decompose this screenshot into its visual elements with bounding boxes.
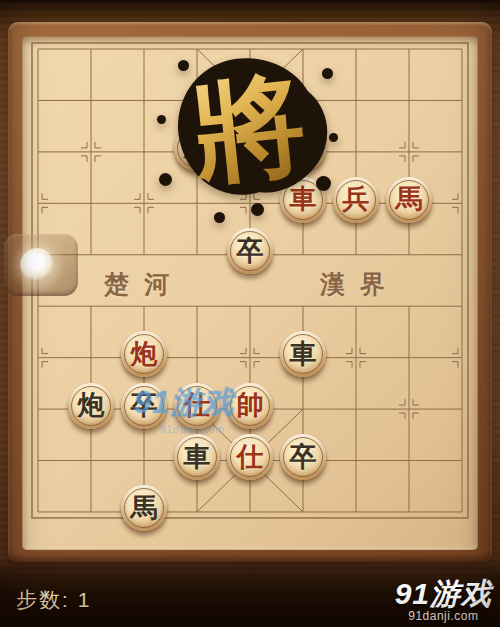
- piece-red-炮[interactable]: 炮: [121, 331, 167, 377]
- piece-character: 仕: [184, 392, 211, 419]
- piece-black-卒[interactable]: 卒: [227, 228, 273, 274]
- piece-red-帥[interactable]: 帥: [227, 383, 273, 429]
- piece-character: 將: [184, 135, 211, 162]
- piece-character: 車: [290, 186, 317, 213]
- piece-character: 炮: [131, 341, 158, 368]
- game-screen: 楚河 漢界 士將馬車兵馬卒炮車炮卒仕帥車仕卒馬 91游戏 91danji.com…: [0, 0, 500, 627]
- piece-character: 士: [237, 83, 264, 110]
- piece-red-車[interactable]: 車: [280, 177, 326, 223]
- piece-red-馬[interactable]: 馬: [280, 125, 326, 171]
- piece-character: 車: [184, 444, 211, 471]
- step-counter: 步数: 1: [16, 586, 91, 614]
- piece-red-仕[interactable]: 仕: [227, 434, 273, 480]
- piece-black-馬[interactable]: 馬: [121, 485, 167, 531]
- piece-black-卒[interactable]: 卒: [121, 383, 167, 429]
- piece-grid: 士將馬車兵馬卒炮車炮卒仕帥車仕卒馬: [12, 23, 489, 537]
- hint-orb-widget[interactable]: [4, 234, 78, 296]
- piece-character: 帥: [237, 392, 264, 419]
- 91games-logo-text: 91游戏: [395, 578, 492, 610]
- piece-character: 仕: [237, 444, 264, 471]
- piece-character: 兵: [343, 186, 370, 213]
- piece-character: 炮: [78, 392, 105, 419]
- step-value: 1: [78, 588, 92, 611]
- bottom-bar: 步数: 1 91游戏 91danji.com: [0, 561, 500, 627]
- 91games-logo-url: 91danji.com: [395, 609, 492, 623]
- piece-black-卒[interactable]: 卒: [280, 434, 326, 480]
- piece-black-士[interactable]: 士: [227, 74, 273, 120]
- 91games-logo: 91游戏 91danji.com: [395, 578, 492, 624]
- piece-black-車[interactable]: 車: [280, 331, 326, 377]
- piece-character: 卒: [237, 238, 264, 265]
- piece-character: 卒: [290, 444, 317, 471]
- piece-character: 馬: [131, 495, 158, 522]
- piece-black-車[interactable]: 車: [174, 434, 220, 480]
- piece-character: 馬: [396, 186, 423, 213]
- piece-black-將[interactable]: 將: [174, 125, 220, 171]
- piece-character: 馬: [290, 135, 317, 162]
- piece-character: 車: [290, 341, 317, 368]
- piece-red-馬[interactable]: 馬: [386, 177, 432, 223]
- piece-character: 卒: [131, 392, 158, 419]
- step-label: 步数:: [16, 588, 70, 611]
- glow-orb-icon: [20, 248, 54, 282]
- xiangqi-board[interactable]: 楚河 漢界 士將馬車兵馬卒炮車炮卒仕帥車仕卒馬 91游戏 91danji.com…: [22, 36, 478, 550]
- board-frame: 楚河 漢界 士將馬車兵馬卒炮車炮卒仕帥車仕卒馬 91游戏 91danji.com…: [8, 22, 492, 562]
- piece-red-兵[interactable]: 兵: [333, 177, 379, 223]
- piece-red-仕[interactable]: 仕: [174, 383, 220, 429]
- piece-black-炮[interactable]: 炮: [68, 383, 114, 429]
